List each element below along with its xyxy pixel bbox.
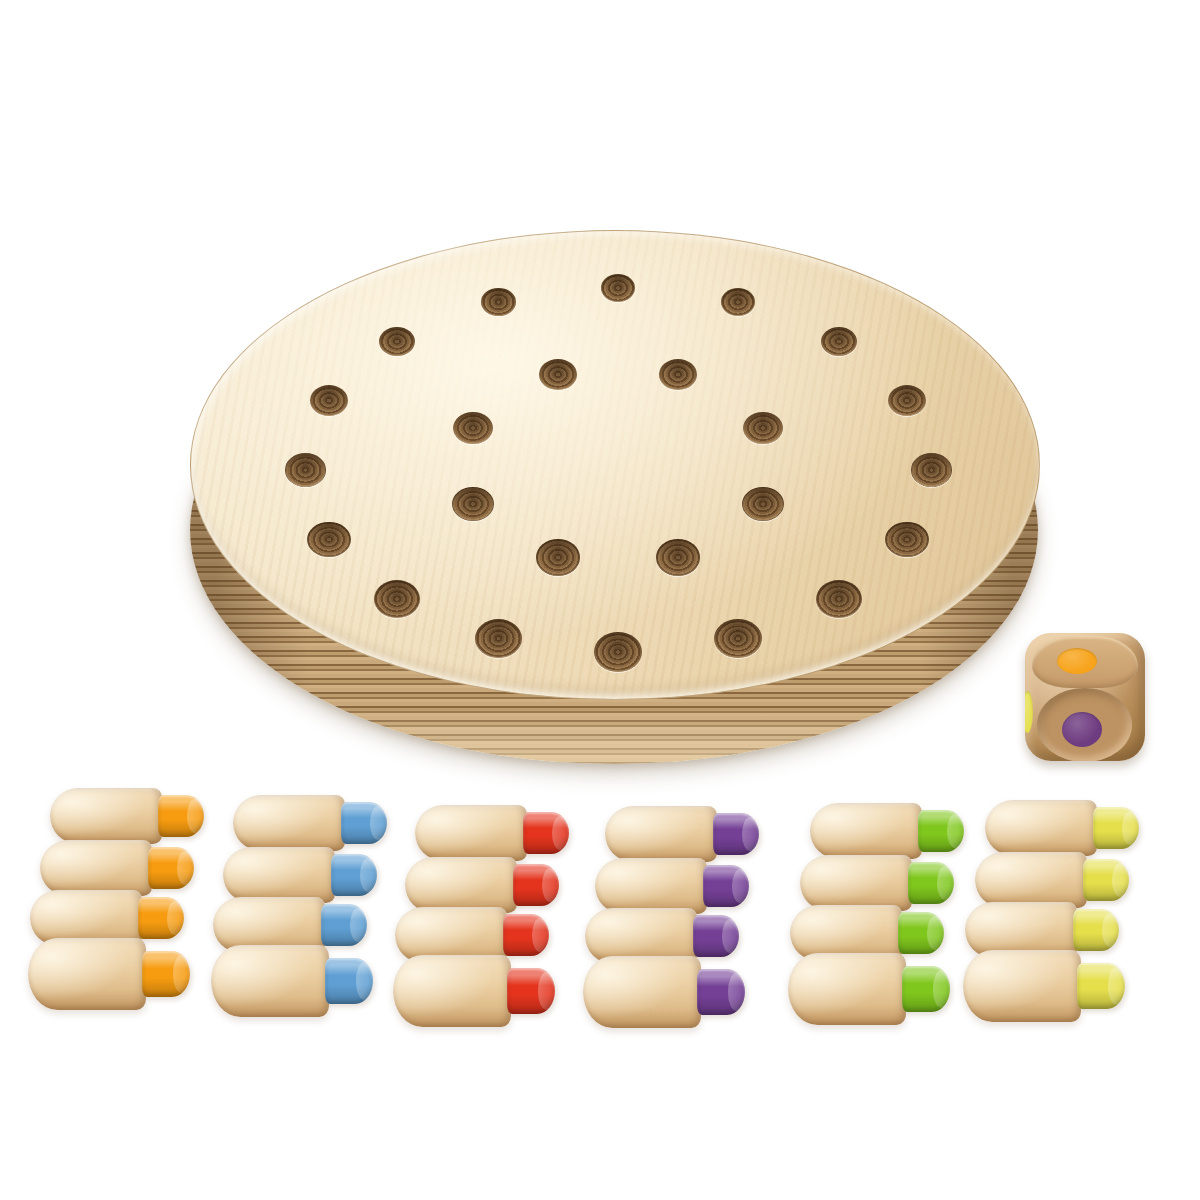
hole-inner-7[interactable] xyxy=(453,412,492,444)
peg-red-1[interactable] xyxy=(415,805,569,861)
peg-wood-body xyxy=(605,806,717,862)
peg-color-tip-blue xyxy=(331,854,377,896)
die-dot-front xyxy=(1062,712,1102,747)
peg-color-tip-purple xyxy=(703,865,749,907)
peg-color-tip-green xyxy=(908,862,954,904)
peg-orange-2[interactable] xyxy=(40,840,194,896)
hole-inner-5[interactable] xyxy=(536,539,580,575)
peg-wood-body xyxy=(595,858,707,914)
peg-wood-body xyxy=(50,788,162,844)
peg-blue-2[interactable] xyxy=(223,847,377,903)
peg-group-yellow xyxy=(963,800,1163,1030)
peg-group-purple xyxy=(583,806,783,1036)
peg-color-tip-yellow xyxy=(1073,909,1119,951)
peg-red-2[interactable] xyxy=(405,857,559,913)
hole-inner-3[interactable] xyxy=(742,487,784,522)
peg-purple-2[interactable] xyxy=(595,858,749,914)
peg-color-tip-orange xyxy=(142,951,190,997)
color-die[interactable] xyxy=(1025,633,1145,761)
hole-outer-15[interactable] xyxy=(379,327,415,357)
scene xyxy=(0,0,1200,1200)
peg-color-tip-red xyxy=(507,968,555,1014)
peg-orange-4[interactable] xyxy=(28,938,190,1010)
peg-color-tip-red xyxy=(513,864,559,906)
peg-color-tip-yellow xyxy=(1093,807,1139,849)
peg-color-tip-blue xyxy=(325,958,373,1004)
die-dot-left xyxy=(1025,691,1033,733)
hole-inner-6[interactable] xyxy=(452,487,494,522)
peg-color-tip-orange xyxy=(148,847,194,889)
peg-color-tip-purple xyxy=(693,915,739,957)
hole-outer-16[interactable] xyxy=(481,288,516,316)
hole-outer-2[interactable] xyxy=(721,288,756,316)
peg-wood-body xyxy=(415,805,527,861)
peg-color-tip-yellow xyxy=(1077,963,1125,1009)
peg-blue-4[interactable] xyxy=(211,945,373,1017)
peg-wood-body xyxy=(405,857,517,913)
peg-yellow-4[interactable] xyxy=(963,950,1125,1022)
peg-color-tip-orange xyxy=(158,795,204,837)
peg-wood-body xyxy=(233,795,345,851)
peg-group-blue xyxy=(211,795,411,1025)
peg-wood-body xyxy=(223,847,335,903)
hole-inner-2[interactable] xyxy=(743,412,782,444)
hole-inner-8[interactable] xyxy=(539,359,576,390)
peg-wood-body xyxy=(211,945,329,1017)
peg-wood-body xyxy=(788,953,906,1025)
peg-color-tip-blue xyxy=(341,802,387,844)
peg-wood-body xyxy=(810,803,922,859)
peg-yellow-1[interactable] xyxy=(985,800,1139,856)
peg-color-tip-purple xyxy=(713,813,759,855)
peg-color-tip-purple xyxy=(697,969,745,1015)
peg-color-tip-green xyxy=(898,912,944,954)
peg-wood-body xyxy=(40,840,152,896)
peg-color-tip-red xyxy=(523,812,569,854)
peg-wood-body xyxy=(393,955,511,1027)
peg-group-green xyxy=(788,803,988,1033)
peg-color-tip-blue xyxy=(321,904,367,946)
peg-wood-body xyxy=(800,855,912,911)
peg-wood-body xyxy=(963,950,1081,1022)
hole-outer-5[interactable] xyxy=(911,453,952,487)
peg-red-4[interactable] xyxy=(393,955,555,1027)
hole-outer-8[interactable] xyxy=(714,619,762,658)
peg-color-tip-green xyxy=(918,810,964,852)
peg-green-1[interactable] xyxy=(810,803,964,859)
hole-outer-12[interactable] xyxy=(307,522,351,558)
peg-group-orange xyxy=(28,788,228,1018)
hole-inner-1[interactable] xyxy=(659,359,696,390)
peg-color-tip-orange xyxy=(138,897,184,939)
hole-outer-13[interactable] xyxy=(285,453,326,487)
peg-purple-4[interactable] xyxy=(583,956,745,1028)
hole-outer-11[interactable] xyxy=(374,580,420,618)
peg-wood-body xyxy=(583,956,701,1028)
peg-purple-1[interactable] xyxy=(605,806,759,862)
peg-group-red xyxy=(393,805,593,1035)
peg-wood-body xyxy=(985,800,1097,856)
peg-color-tip-yellow xyxy=(1083,859,1129,901)
hole-outer-6[interactable] xyxy=(885,522,929,558)
peg-green-2[interactable] xyxy=(800,855,954,911)
peg-blue-1[interactable] xyxy=(233,795,387,851)
peg-yellow-2[interactable] xyxy=(975,852,1129,908)
die-dot-top xyxy=(1057,648,1097,674)
hole-inner-4[interactable] xyxy=(656,539,700,575)
hole-outer-1[interactable] xyxy=(601,274,635,302)
hole-outer-10[interactable] xyxy=(475,619,523,658)
hole-outer-9[interactable] xyxy=(594,632,642,671)
peg-color-tip-green xyxy=(902,966,950,1012)
hole-outer-14[interactable] xyxy=(310,385,348,416)
hole-outer-7[interactable] xyxy=(816,580,862,618)
peg-wood-body xyxy=(975,852,1087,908)
peg-orange-1[interactable] xyxy=(50,788,204,844)
peg-green-4[interactable] xyxy=(788,953,950,1025)
peg-color-tip-red xyxy=(503,914,549,956)
hole-outer-4[interactable] xyxy=(888,385,926,416)
peg-wood-body xyxy=(28,938,146,1010)
